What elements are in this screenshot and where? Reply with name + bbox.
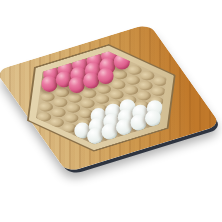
hex-tray-outline: [0, 33, 206, 164]
abalone-product-photo: [0, 0, 222, 222]
board-scene: [0, 23, 221, 172]
white-marble[interactable]: [145, 110, 161, 126]
pink-marble[interactable]: [97, 68, 113, 84]
white-marble[interactable]: [130, 114, 146, 130]
white-marble[interactable]: [101, 123, 117, 139]
hex-tray-surface: [10, 41, 192, 154]
white-marble[interactable]: [87, 128, 103, 144]
hex-tray-rim: [0, 34, 203, 161]
pink-marble[interactable]: [68, 77, 84, 93]
pink-marble[interactable]: [41, 76, 57, 92]
pink-marble[interactable]: [83, 72, 99, 88]
hex-grid: [10, 41, 192, 154]
pink-marble[interactable]: [114, 53, 130, 69]
wooden-board: [0, 23, 221, 172]
white-marble[interactable]: [116, 119, 132, 135]
